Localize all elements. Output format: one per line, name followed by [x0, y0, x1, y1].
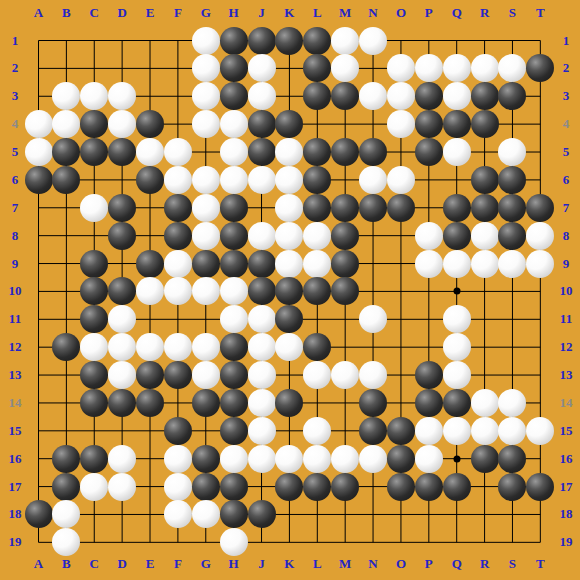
white-stone: [415, 222, 443, 250]
black-stone: [248, 277, 276, 305]
black-stone: [526, 54, 554, 82]
row-label-right-6: 6: [563, 172, 570, 188]
black-stone: [80, 445, 108, 473]
black-stone: [220, 54, 248, 82]
col-label-bottom-A: A: [34, 556, 43, 572]
white-stone: [387, 54, 415, 82]
row-label-left-18: 18: [9, 506, 22, 522]
white-stone: [192, 27, 220, 55]
white-stone: [443, 82, 471, 110]
white-stone: [415, 250, 443, 278]
white-stone: [164, 445, 192, 473]
black-stone: [52, 138, 80, 166]
white-stone: [248, 82, 276, 110]
black-stone: [192, 473, 220, 501]
white-stone: [443, 333, 471, 361]
white-stone: [498, 417, 526, 445]
row-label-left-1: 1: [12, 33, 19, 49]
white-stone: [331, 445, 359, 473]
black-stone: [443, 389, 471, 417]
black-stone: [220, 222, 248, 250]
black-stone: [498, 166, 526, 194]
black-stone: [136, 110, 164, 138]
row-label-left-10: 10: [9, 283, 22, 299]
col-label-bottom-N: N: [368, 556, 377, 572]
row-label-right-5: 5: [563, 144, 570, 160]
black-stone: [275, 110, 303, 138]
white-stone: [52, 528, 80, 556]
white-stone: [471, 250, 499, 278]
col-label-top-R: R: [480, 5, 489, 21]
black-stone: [331, 138, 359, 166]
row-label-left-17: 17: [9, 479, 22, 495]
white-stone: [52, 110, 80, 138]
white-stone: [52, 500, 80, 528]
black-stone: [52, 333, 80, 361]
white-stone: [80, 333, 108, 361]
col-label-bottom-H: H: [229, 556, 239, 572]
white-stone: [443, 305, 471, 333]
white-stone: [359, 27, 387, 55]
white-stone: [331, 27, 359, 55]
white-stone: [498, 54, 526, 82]
col-label-top-K: K: [284, 5, 294, 21]
white-stone: [275, 250, 303, 278]
white-stone: [248, 445, 276, 473]
white-stone: [303, 361, 331, 389]
col-label-top-C: C: [90, 5, 99, 21]
col-label-bottom-D: D: [117, 556, 126, 572]
white-stone: [248, 54, 276, 82]
black-stone: [136, 166, 164, 194]
white-stone: [248, 361, 276, 389]
col-label-bottom-B: B: [62, 556, 71, 572]
white-stone: [192, 277, 220, 305]
white-stone: [275, 138, 303, 166]
white-stone: [443, 417, 471, 445]
black-stone: [108, 138, 136, 166]
black-stone: [303, 82, 331, 110]
white-stone: [331, 361, 359, 389]
row-label-right-17: 17: [560, 479, 573, 495]
row-label-left-13: 13: [9, 367, 22, 383]
col-label-top-A: A: [34, 5, 43, 21]
black-stone: [331, 82, 359, 110]
row-label-left-7: 7: [12, 200, 19, 216]
black-stone: [248, 500, 276, 528]
col-label-top-L: L: [313, 5, 322, 21]
black-stone: [303, 194, 331, 222]
white-stone: [415, 445, 443, 473]
col-label-top-T: T: [536, 5, 545, 21]
col-label-top-B: B: [62, 5, 71, 21]
white-stone: [192, 222, 220, 250]
black-stone: [387, 194, 415, 222]
white-stone: [220, 305, 248, 333]
white-stone: [80, 82, 108, 110]
white-stone: [498, 389, 526, 417]
black-stone: [387, 445, 415, 473]
white-stone: [164, 333, 192, 361]
black-stone: [220, 500, 248, 528]
white-stone: [526, 417, 554, 445]
white-stone: [108, 333, 136, 361]
black-stone: [498, 473, 526, 501]
black-stone: [220, 82, 248, 110]
black-stone: [220, 417, 248, 445]
white-stone: [220, 138, 248, 166]
row-label-left-12: 12: [9, 339, 22, 355]
col-label-bottom-G: G: [201, 556, 211, 572]
black-stone: [526, 473, 554, 501]
black-stone: [164, 417, 192, 445]
white-stone: [136, 138, 164, 166]
row-label-left-3: 3: [12, 88, 19, 104]
col-label-top-N: N: [368, 5, 377, 21]
white-stone: [248, 166, 276, 194]
white-stone: [275, 333, 303, 361]
black-stone: [248, 110, 276, 138]
col-label-top-Q: Q: [452, 5, 462, 21]
black-stone: [359, 138, 387, 166]
row-label-left-2: 2: [12, 60, 19, 76]
white-stone: [164, 277, 192, 305]
row-label-right-11: 11: [560, 311, 572, 327]
row-label-right-18: 18: [560, 506, 573, 522]
col-label-bottom-M: M: [339, 556, 351, 572]
black-stone: [303, 27, 331, 55]
black-stone: [220, 361, 248, 389]
row-label-right-13: 13: [560, 367, 573, 383]
white-stone: [359, 361, 387, 389]
col-label-bottom-O: O: [396, 556, 406, 572]
white-stone: [136, 277, 164, 305]
col-label-bottom-P: P: [425, 556, 433, 572]
white-stone: [108, 110, 136, 138]
white-stone: [303, 250, 331, 278]
black-stone: [108, 194, 136, 222]
black-stone: [471, 166, 499, 194]
white-stone: [192, 361, 220, 389]
black-stone: [331, 194, 359, 222]
black-stone: [415, 138, 443, 166]
white-stone: [192, 500, 220, 528]
col-label-top-F: F: [174, 5, 182, 21]
black-stone: [25, 166, 53, 194]
col-label-bottom-L: L: [313, 556, 322, 572]
black-stone: [359, 417, 387, 445]
white-stone: [80, 194, 108, 222]
white-stone: [443, 54, 471, 82]
row-label-right-7: 7: [563, 200, 570, 216]
black-stone: [331, 222, 359, 250]
black-stone: [415, 82, 443, 110]
black-stone: [415, 389, 443, 417]
black-stone: [443, 473, 471, 501]
white-stone: [164, 250, 192, 278]
black-stone: [80, 361, 108, 389]
black-stone: [303, 333, 331, 361]
white-stone: [471, 389, 499, 417]
white-stone: [303, 417, 331, 445]
row-label-right-15: 15: [560, 423, 573, 439]
col-label-top-J: J: [258, 5, 265, 21]
white-stone: [220, 528, 248, 556]
black-stone: [136, 389, 164, 417]
go-board[interactable]: AABBCCDDEEFFGGHHJJKKLLMMNNOOPPQQRRSSTT11…: [0, 0, 580, 580]
col-label-bottom-F: F: [174, 556, 182, 572]
black-stone: [415, 110, 443, 138]
white-stone: [275, 222, 303, 250]
black-stone: [526, 194, 554, 222]
black-stone: [192, 445, 220, 473]
col-label-top-S: S: [509, 5, 516, 21]
white-stone: [415, 54, 443, 82]
white-stone: [303, 222, 331, 250]
black-stone: [387, 417, 415, 445]
black-stone: [52, 445, 80, 473]
row-label-left-15: 15: [9, 423, 22, 439]
row-label-right-8: 8: [563, 228, 570, 244]
white-stone: [387, 82, 415, 110]
black-stone: [443, 222, 471, 250]
white-stone: [248, 389, 276, 417]
black-stone: [52, 473, 80, 501]
white-stone: [108, 445, 136, 473]
black-stone: [498, 82, 526, 110]
white-stone: [164, 166, 192, 194]
white-stone: [443, 138, 471, 166]
white-stone: [526, 250, 554, 278]
col-label-top-H: H: [229, 5, 239, 21]
col-label-top-G: G: [201, 5, 211, 21]
black-stone: [248, 27, 276, 55]
row-label-left-5: 5: [12, 144, 19, 160]
white-stone: [471, 417, 499, 445]
black-stone: [275, 27, 303, 55]
white-stone: [220, 445, 248, 473]
black-stone: [331, 277, 359, 305]
black-stone: [303, 138, 331, 166]
black-stone: [275, 389, 303, 417]
black-stone: [220, 250, 248, 278]
black-stone: [80, 305, 108, 333]
white-stone: [387, 110, 415, 138]
white-stone: [443, 361, 471, 389]
row-label-left-16: 16: [9, 451, 22, 467]
black-stone: [471, 194, 499, 222]
white-stone: [80, 473, 108, 501]
black-stone: [220, 194, 248, 222]
white-stone: [108, 305, 136, 333]
white-stone: [136, 333, 164, 361]
white-stone: [192, 166, 220, 194]
white-stone: [220, 110, 248, 138]
col-label-bottom-R: R: [480, 556, 489, 572]
black-stone: [108, 389, 136, 417]
black-stone: [275, 305, 303, 333]
white-stone: [220, 277, 248, 305]
col-label-bottom-Q: Q: [452, 556, 462, 572]
col-label-top-P: P: [425, 5, 433, 21]
black-stone: [52, 166, 80, 194]
col-label-bottom-J: J: [258, 556, 265, 572]
row-label-left-9: 9: [12, 256, 19, 272]
black-stone: [220, 389, 248, 417]
white-stone: [164, 138, 192, 166]
white-stone: [275, 194, 303, 222]
col-label-top-E: E: [146, 5, 155, 21]
black-stone: [471, 82, 499, 110]
black-stone: [443, 194, 471, 222]
star-point: [453, 288, 460, 295]
black-stone: [498, 222, 526, 250]
white-stone: [192, 54, 220, 82]
col-label-bottom-E: E: [146, 556, 155, 572]
star-point: [453, 455, 460, 462]
white-stone: [359, 445, 387, 473]
row-label-right-3: 3: [563, 88, 570, 104]
col-label-bottom-K: K: [284, 556, 294, 572]
black-stone: [80, 277, 108, 305]
white-stone: [387, 166, 415, 194]
white-stone: [192, 82, 220, 110]
black-stone: [359, 194, 387, 222]
black-stone: [248, 250, 276, 278]
black-stone: [471, 110, 499, 138]
white-stone: [331, 54, 359, 82]
black-stone: [415, 473, 443, 501]
white-stone: [498, 250, 526, 278]
black-stone: [303, 277, 331, 305]
row-label-right-12: 12: [560, 339, 573, 355]
black-stone: [471, 445, 499, 473]
white-stone: [275, 445, 303, 473]
white-stone: [443, 250, 471, 278]
black-stone: [136, 250, 164, 278]
col-label-bottom-C: C: [90, 556, 99, 572]
white-stone: [25, 110, 53, 138]
black-stone: [331, 250, 359, 278]
white-stone: [471, 54, 499, 82]
black-stone: [303, 54, 331, 82]
row-label-right-10: 10: [560, 283, 573, 299]
col-label-top-O: O: [396, 5, 406, 21]
row-label-right-2: 2: [563, 60, 570, 76]
black-stone: [303, 473, 331, 501]
row-label-left-6: 6: [12, 172, 19, 188]
black-stone: [192, 250, 220, 278]
black-stone: [415, 361, 443, 389]
black-stone: [275, 473, 303, 501]
black-stone: [220, 473, 248, 501]
black-stone: [164, 194, 192, 222]
black-stone: [220, 333, 248, 361]
black-stone: [220, 27, 248, 55]
black-stone: [359, 389, 387, 417]
col-label-bottom-T: T: [536, 556, 545, 572]
white-stone: [359, 166, 387, 194]
row-label-left-4: 4: [12, 116, 19, 132]
white-stone: [52, 82, 80, 110]
row-label-right-4: 4: [563, 116, 570, 132]
black-stone: [303, 166, 331, 194]
black-stone: [331, 473, 359, 501]
white-stone: [164, 473, 192, 501]
white-stone: [248, 305, 276, 333]
row-label-left-11: 11: [9, 311, 21, 327]
white-stone: [192, 194, 220, 222]
white-stone: [303, 445, 331, 473]
col-label-top-D: D: [117, 5, 126, 21]
black-stone: [164, 361, 192, 389]
black-stone: [498, 194, 526, 222]
col-label-bottom-S: S: [509, 556, 516, 572]
white-stone: [275, 166, 303, 194]
white-stone: [108, 473, 136, 501]
white-stone: [248, 222, 276, 250]
white-stone: [192, 110, 220, 138]
black-stone: [387, 473, 415, 501]
black-stone: [164, 222, 192, 250]
black-stone: [80, 389, 108, 417]
row-label-left-19: 19: [9, 534, 22, 550]
black-stone: [498, 445, 526, 473]
black-stone: [192, 389, 220, 417]
white-stone: [192, 333, 220, 361]
col-label-top-M: M: [339, 5, 351, 21]
white-stone: [248, 333, 276, 361]
white-stone: [526, 222, 554, 250]
black-stone: [443, 110, 471, 138]
white-stone: [359, 305, 387, 333]
row-label-left-14: 14: [9, 395, 22, 411]
black-stone: [248, 138, 276, 166]
black-stone: [80, 250, 108, 278]
row-label-left-8: 8: [12, 228, 19, 244]
white-stone: [220, 166, 248, 194]
black-stone: [80, 110, 108, 138]
white-stone: [415, 417, 443, 445]
black-stone: [275, 277, 303, 305]
white-stone: [108, 82, 136, 110]
white-stone: [108, 361, 136, 389]
white-stone: [25, 138, 53, 166]
white-stone: [248, 417, 276, 445]
row-label-right-9: 9: [563, 256, 570, 272]
row-label-right-19: 19: [560, 534, 573, 550]
white-stone: [471, 222, 499, 250]
row-label-right-1: 1: [563, 33, 570, 49]
row-label-right-14: 14: [560, 395, 573, 411]
black-stone: [108, 277, 136, 305]
black-stone: [80, 138, 108, 166]
black-stone: [136, 361, 164, 389]
white-stone: [164, 500, 192, 528]
black-stone: [25, 500, 53, 528]
black-stone: [108, 222, 136, 250]
white-stone: [498, 138, 526, 166]
white-stone: [359, 82, 387, 110]
row-label-right-16: 16: [560, 451, 573, 467]
